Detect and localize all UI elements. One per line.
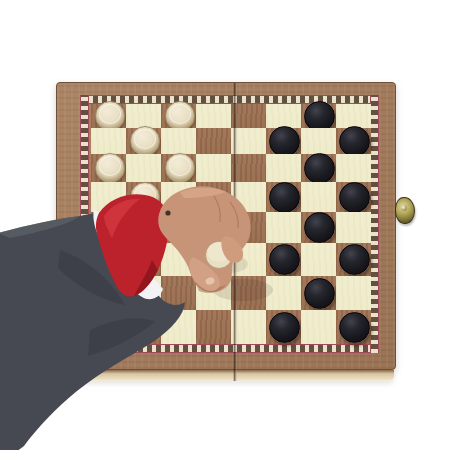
square-r1c2[interactable] — [126, 104, 161, 128]
board-edge-face — [58, 370, 394, 381]
square-r5c8[interactable] — [336, 212, 371, 243]
black-piece-r8c6[interactable] — [269, 312, 300, 343]
square-r2c7[interactable] — [301, 128, 336, 154]
black-piece-r4c8[interactable] — [339, 182, 370, 213]
square-r5c1[interactable] — [91, 212, 126, 243]
square-r6c4[interactable] — [196, 243, 231, 276]
square-r6c7[interactable] — [301, 243, 336, 276]
square-r5c4[interactable] — [196, 212, 231, 243]
piece-ring — [134, 129, 156, 149]
square-r2c4[interactable] — [196, 128, 231, 154]
white-piece-r3c3[interactable] — [165, 153, 195, 183]
white-piece-r3c1[interactable] — [95, 153, 125, 183]
square-r6c1[interactable] — [91, 243, 126, 276]
white-piece-r4c2[interactable] — [130, 182, 160, 212]
checkers-board — [56, 82, 396, 370]
square-r2c3[interactable] — [161, 128, 196, 154]
black-piece-r2c6[interactable] — [269, 126, 300, 157]
square-r5c6[interactable] — [266, 212, 301, 243]
black-piece-r2c8[interactable] — [339, 126, 370, 157]
black-piece-r3c7[interactable] — [304, 153, 335, 184]
clasp-hardware — [395, 197, 415, 224]
square-r7c8[interactable] — [336, 276, 371, 310]
square-r8c2[interactable] — [126, 310, 161, 344]
piece-ring — [99, 104, 121, 124]
black-piece-r6c8[interactable] — [339, 244, 370, 275]
square-r1c4[interactable] — [196, 104, 231, 128]
piece-ring — [99, 156, 121, 176]
square-r8c3[interactable] — [161, 310, 196, 344]
border-strip-top — [80, 95, 379, 104]
square-r7c6[interactable] — [266, 276, 301, 310]
black-piece-r1c7[interactable] — [304, 101, 335, 132]
black-piece-r6c6[interactable] — [269, 244, 300, 275]
piece-ring — [134, 185, 156, 205]
black-piece-r7c7[interactable] — [304, 278, 335, 309]
square-r6c3[interactable] — [161, 243, 196, 276]
square-r5c3[interactable] — [161, 212, 196, 243]
square-r6c2[interactable] — [126, 243, 161, 276]
square-r7c2[interactable] — [126, 276, 161, 310]
white-piece-r1c1[interactable] — [95, 101, 125, 131]
border-strip-right — [370, 95, 379, 353]
white-piece-r2c2[interactable] — [130, 126, 160, 156]
border-strip-bottom — [80, 344, 379, 353]
black-piece-r8c8[interactable] — [339, 312, 370, 343]
square-r8c7[interactable] — [301, 310, 336, 344]
square-r7c3[interactable] — [161, 276, 196, 310]
square-r2c1[interactable] — [91, 128, 126, 154]
white-piece-r1c3[interactable] — [165, 101, 195, 131]
square-r7c1[interactable] — [91, 276, 126, 310]
board-fold-seam — [233, 83, 237, 381]
square-r3c4[interactable] — [196, 154, 231, 182]
square-r4c1[interactable] — [91, 182, 126, 212]
border-strip-left — [80, 95, 89, 353]
square-r8c4[interactable] — [196, 310, 231, 344]
square-r7c4[interactable] — [196, 276, 231, 310]
photo-stage — [0, 0, 450, 450]
black-piece-r5c7[interactable] — [304, 212, 335, 243]
square-r8c1[interactable] — [91, 310, 126, 344]
square-r4c7[interactable] — [301, 182, 336, 212]
square-r1c8[interactable] — [336, 104, 371, 128]
clasp-pin-icon — [401, 205, 407, 211]
square-r4c3[interactable] — [161, 182, 196, 212]
square-r1c6[interactable] — [266, 104, 301, 128]
black-piece-r4c6[interactable] — [269, 182, 300, 213]
square-r4c4[interactable] — [196, 182, 231, 212]
piece-ring — [169, 156, 191, 176]
square-r3c8[interactable] — [336, 154, 371, 182]
square-r3c2[interactable] — [126, 154, 161, 182]
square-r5c2[interactable] — [126, 212, 161, 243]
square-r3c6[interactable] — [266, 154, 301, 182]
play-area[interactable] — [91, 104, 371, 344]
piece-ring — [169, 104, 191, 124]
